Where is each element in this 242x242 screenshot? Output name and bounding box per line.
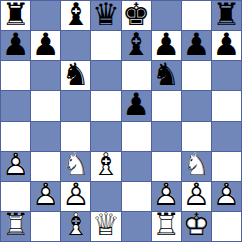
square-f6[interactable]: ♞ [152,61,181,90]
square-c5[interactable] [61,91,90,120]
black-pawn-glyph: ♟ [122,89,150,120]
square-b1[interactable] [31,212,60,241]
black-pawn-glyph: ♟ [182,29,210,60]
square-e2[interactable] [122,182,151,211]
black-pawn-glyph: ♟ [2,29,30,60]
black-bishop-glyph: ♝ [62,0,90,30]
square-b5[interactable] [31,91,60,120]
square-c6[interactable]: ♞ [61,61,90,90]
white-rook-glyph: ♖ [152,210,180,241]
black-knight-glyph: ♞ [152,59,180,90]
white-king-glyph: ♔ [182,210,210,241]
white-pawn-glyph: ♙ [32,180,60,211]
white-pawn-piece[interactable]: ♟♙ [1,152,30,181]
square-a6[interactable] [1,61,30,90]
white-pawn-glyph: ♙ [213,180,241,211]
white-bishop-glyph: ♗ [92,149,120,180]
square-d6[interactable] [91,61,120,90]
square-h7[interactable]: ♟ [212,31,241,60]
square-c8[interactable]: ♝ [61,1,90,30]
square-d7[interactable] [91,31,120,60]
square-b4[interactable] [31,122,60,151]
black-queen-piece[interactable]: ♛ [91,1,120,30]
white-queen-glyph: ♕ [92,210,120,241]
square-h5[interactable] [212,91,241,120]
square-f5[interactable] [152,91,181,120]
black-bishop-glyph: ♝ [122,29,150,60]
square-f1[interactable]: ♜♖ [152,212,181,241]
white-pawn-piece[interactable]: ♟♙ [31,182,60,211]
square-d3[interactable]: ♝♗ [91,152,120,181]
white-queen-piece[interactable]: ♛♕ [91,212,120,241]
black-pawn-piece[interactable]: ♟ [212,31,241,60]
black-bishop-piece[interactable]: ♝ [61,1,90,30]
white-rook-piece[interactable]: ♜♖ [152,212,181,241]
white-rook-glyph: ♖ [2,210,30,241]
square-e3[interactable] [122,152,151,181]
black-pawn-glyph: ♟ [32,29,60,60]
chess-board: ♜♝♛♚♜♟♟♝♟♟♟♞♞♟♟♙♞♘♝♗♞♘♟♙♟♙♟♙♟♙♟♙♜♖♝♗♛♕♜♖… [0,0,242,242]
square-d8[interactable]: ♛ [91,1,120,30]
square-h2[interactable]: ♟♙ [212,182,241,211]
white-bishop-piece[interactable]: ♝♗ [61,212,90,241]
square-e4[interactable] [122,122,151,151]
square-b6[interactable] [31,61,60,90]
square-e7[interactable]: ♝ [122,31,151,60]
square-d1[interactable]: ♛♕ [91,212,120,241]
square-g7[interactable]: ♟ [182,31,211,60]
white-pawn-glyph: ♙ [2,149,30,180]
square-b7[interactable]: ♟ [31,31,60,60]
square-e5[interactable]: ♟ [122,91,151,120]
square-h6[interactable] [212,61,241,90]
square-c1[interactable]: ♝♗ [61,212,90,241]
square-g1[interactable]: ♚♔ [182,212,211,241]
black-pawn-piece[interactable]: ♟ [122,91,151,120]
square-d5[interactable] [91,91,120,120]
square-g5[interactable] [182,91,211,120]
black-pawn-piece[interactable]: ♟ [182,31,211,60]
square-f4[interactable] [152,122,181,151]
black-pawn-glyph: ♟ [213,29,241,60]
black-pawn-piece[interactable]: ♟ [1,31,30,60]
square-h4[interactable] [212,122,241,151]
black-knight-piece[interactable]: ♞ [152,61,181,90]
square-a3[interactable]: ♟♙ [1,152,30,181]
white-bishop-piece[interactable]: ♝♗ [91,152,120,181]
square-g6[interactable] [182,61,211,90]
black-queen-glyph: ♛ [92,0,120,30]
square-a5[interactable] [1,91,30,120]
square-b2[interactable]: ♟♙ [31,182,60,211]
square-a7[interactable]: ♟ [1,31,30,60]
white-king-piece[interactable]: ♚♔ [182,212,211,241]
white-pawn-piece[interactable]: ♟♙ [212,182,241,211]
black-knight-piece[interactable]: ♞ [61,61,90,90]
square-e1[interactable] [122,212,151,241]
square-h1[interactable] [212,212,241,241]
black-knight-glyph: ♞ [62,59,90,90]
black-pawn-piece[interactable]: ♟ [31,31,60,60]
white-bishop-glyph: ♗ [62,210,90,241]
square-a1[interactable]: ♜♖ [1,212,30,241]
white-rook-piece[interactable]: ♜♖ [1,212,30,241]
black-bishop-piece[interactable]: ♝ [122,31,151,60]
